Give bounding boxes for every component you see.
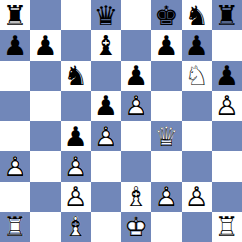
piece-glyph-solid: ♛ — [91, 0, 121, 30]
piece-white-pawn[interactable]: ♟♙ — [182, 182, 212, 212]
piece-glyph-solid: ♞ — [61, 61, 91, 91]
square-a6[interactable] — [0, 61, 30, 91]
square-b3[interactable] — [30, 151, 60, 181]
square-b2[interactable] — [30, 182, 60, 212]
piece-glyph-solid: ♟ — [0, 30, 30, 60]
square-f2[interactable]: ♟♙ — [151, 182, 181, 212]
square-e7[interactable] — [121, 30, 151, 60]
square-g2[interactable]: ♟♙ — [182, 182, 212, 212]
piece-white-pawn[interactable]: ♟♙ — [91, 121, 121, 151]
square-a5[interactable] — [0, 91, 30, 121]
piece-black-pawn[interactable]: ♟ — [91, 91, 121, 121]
piece-white-pawn[interactable]: ♟♙ — [61, 182, 91, 212]
square-a3[interactable]: ♟♙ — [0, 151, 30, 181]
square-e8[interactable] — [121, 0, 151, 30]
square-c5[interactable] — [61, 91, 91, 121]
piece-glyph-outline: ♙ — [121, 91, 151, 121]
square-f1[interactable] — [151, 212, 181, 242]
piece-black-king[interactable]: ♚ — [151, 0, 181, 30]
piece-glyph-outline: ♙ — [182, 182, 212, 212]
square-g8[interactable]: ♞ — [182, 0, 212, 30]
square-e3[interactable] — [121, 151, 151, 181]
piece-glyph-outline: ♙ — [0, 151, 30, 181]
piece-black-rook[interactable]: ♜ — [212, 0, 242, 30]
piece-glyph-solid: ♞ — [182, 0, 212, 30]
square-e2[interactable]: ♝♗ — [121, 182, 151, 212]
square-e4[interactable] — [121, 121, 151, 151]
square-h5[interactable]: ♟♙ — [212, 91, 242, 121]
square-b8[interactable] — [30, 0, 60, 30]
piece-white-queen[interactable]: ♛♕ — [151, 121, 181, 151]
piece-glyph-outline: ♗ — [61, 212, 91, 242]
piece-glyph-solid: ♟ — [91, 91, 121, 121]
piece-white-rook[interactable]: ♜♖ — [0, 212, 30, 242]
piece-glyph-solid: ♟ — [61, 121, 91, 151]
square-d1[interactable] — [91, 212, 121, 242]
piece-white-pawn[interactable]: ♟♙ — [0, 151, 30, 181]
piece-white-bishop[interactable]: ♝♗ — [61, 212, 91, 242]
square-h4[interactable] — [212, 121, 242, 151]
square-c3[interactable]: ♟♙ — [61, 151, 91, 181]
square-d2[interactable] — [91, 182, 121, 212]
piece-black-pawn[interactable]: ♟ — [182, 30, 212, 60]
square-h7[interactable] — [212, 30, 242, 60]
piece-glyph-outline: ♕ — [151, 121, 181, 151]
square-a1[interactable]: ♜♖ — [0, 212, 30, 242]
piece-white-bishop[interactable]: ♝♗ — [121, 182, 151, 212]
square-d4[interactable]: ♟♙ — [91, 121, 121, 151]
square-f6[interactable] — [151, 61, 181, 91]
square-h1[interactable]: ♜♖ — [212, 212, 242, 242]
piece-glyph-outline: ♘ — [182, 61, 212, 91]
square-a7[interactable]: ♟ — [0, 30, 30, 60]
piece-glyph-solid: ♜ — [212, 0, 242, 30]
square-g7[interactable]: ♟ — [182, 30, 212, 60]
square-e1[interactable]: ♚♔ — [121, 212, 151, 242]
piece-black-pawn[interactable]: ♟ — [121, 61, 151, 91]
piece-glyph-solid: ♟ — [182, 30, 212, 60]
square-f8[interactable]: ♚ — [151, 0, 181, 30]
square-g6[interactable]: ♞♘ — [182, 61, 212, 91]
piece-glyph-outline: ♙ — [212, 91, 242, 121]
piece-black-pawn[interactable]: ♟ — [212, 61, 242, 91]
square-d5[interactable]: ♟ — [91, 91, 121, 121]
square-b4[interactable] — [30, 121, 60, 151]
piece-glyph-outline: ♖ — [0, 212, 30, 242]
square-c2[interactable]: ♟♙ — [61, 182, 91, 212]
square-b6[interactable] — [30, 61, 60, 91]
piece-glyph-outline: ♙ — [151, 182, 181, 212]
square-d7[interactable]: ♝ — [91, 30, 121, 60]
piece-black-pawn[interactable]: ♟ — [151, 30, 181, 60]
piece-glyph-solid: ♚ — [151, 0, 181, 30]
piece-black-pawn[interactable]: ♟ — [0, 30, 30, 60]
square-h2[interactable] — [212, 182, 242, 212]
piece-glyph-outline: ♖ — [212, 212, 242, 242]
piece-glyph-solid: ♟ — [212, 61, 242, 91]
square-b5[interactable] — [30, 91, 60, 121]
square-f4[interactable]: ♛♕ — [151, 121, 181, 151]
piece-glyph-solid: ♟ — [151, 30, 181, 60]
square-f3[interactable] — [151, 151, 181, 181]
piece-glyph-solid: ♟ — [30, 30, 60, 60]
square-a8[interactable]: ♜ — [0, 0, 30, 30]
piece-glyph-solid: ♝ — [91, 30, 121, 60]
square-b1[interactable] — [30, 212, 60, 242]
square-h6[interactable]: ♟ — [212, 61, 242, 91]
square-c7[interactable] — [61, 30, 91, 60]
piece-white-pawn[interactable]: ♟♙ — [212, 91, 242, 121]
piece-white-pawn[interactable]: ♟♙ — [151, 182, 181, 212]
piece-black-rook[interactable]: ♜ — [0, 0, 30, 30]
piece-glyph-solid: ♟ — [121, 61, 151, 91]
square-c1[interactable]: ♝♗ — [61, 212, 91, 242]
piece-white-pawn[interactable]: ♟♙ — [61, 151, 91, 181]
square-e5[interactable]: ♟♙ — [121, 91, 151, 121]
square-d3[interactable] — [91, 151, 121, 181]
piece-black-pawn[interactable]: ♟ — [30, 30, 60, 60]
square-c4[interactable]: ♟ — [61, 121, 91, 151]
piece-black-pawn[interactable]: ♟ — [61, 121, 91, 151]
square-a4[interactable] — [0, 121, 30, 151]
piece-black-knight[interactable]: ♞ — [61, 61, 91, 91]
piece-glyph-outline: ♙ — [61, 151, 91, 181]
square-h3[interactable] — [212, 151, 242, 181]
square-c6[interactable]: ♞ — [61, 61, 91, 91]
piece-white-rook[interactable]: ♜♖ — [212, 212, 242, 242]
piece-white-king[interactable]: ♚♔ — [121, 212, 151, 242]
square-g5[interactable] — [182, 91, 212, 121]
square-d6[interactable] — [91, 61, 121, 91]
square-f7[interactable]: ♟ — [151, 30, 181, 60]
piece-black-queen[interactable]: ♛ — [91, 0, 121, 30]
piece-white-knight[interactable]: ♞♘ — [182, 61, 212, 91]
piece-glyph-outline: ♙ — [61, 182, 91, 212]
square-d8[interactable]: ♛ — [91, 0, 121, 30]
square-g4[interactable] — [182, 121, 212, 151]
piece-glyph-outline: ♗ — [121, 182, 151, 212]
piece-black-knight[interactable]: ♞ — [182, 0, 212, 30]
chess-board: ♜♛♚♞♜♟♟♝♟♟♞♟♞♘♟♟♟♙♟♙♟♟♙♛♕♟♙♟♙♟♙♝♗♟♙♟♙♜♖♝… — [0, 0, 242, 242]
square-g3[interactable] — [182, 151, 212, 181]
piece-glyph-solid: ♜ — [0, 0, 30, 30]
square-a2[interactable] — [0, 182, 30, 212]
square-h8[interactable]: ♜ — [212, 0, 242, 30]
square-c8[interactable] — [61, 0, 91, 30]
square-f5[interactable] — [151, 91, 181, 121]
piece-glyph-outline: ♔ — [121, 212, 151, 242]
square-e6[interactable]: ♟ — [121, 61, 151, 91]
square-g1[interactable] — [182, 212, 212, 242]
piece-black-bishop[interactable]: ♝ — [91, 30, 121, 60]
square-b7[interactable]: ♟ — [30, 30, 60, 60]
piece-glyph-outline: ♙ — [91, 121, 121, 151]
piece-white-pawn[interactable]: ♟♙ — [121, 91, 151, 121]
